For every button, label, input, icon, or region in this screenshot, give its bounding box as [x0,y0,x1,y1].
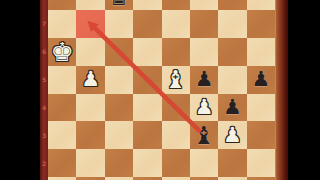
square-h7 [247,10,275,38]
rank-label-7: 7 [40,10,48,38]
square-c5 [105,66,133,94]
highlighted-square-b7 [76,10,104,38]
square-h6 [247,38,275,66]
square-g1 [218,177,246,180]
square-e7 [162,10,190,38]
board-frame-right [275,0,288,180]
square-d5 [133,66,161,94]
square-e1 [162,177,190,180]
square-c6 [105,38,133,66]
square-e3 [162,121,190,149]
square-h8 [247,0,275,10]
square-f2 [190,149,218,177]
white-king-icon: ♚ [51,39,74,65]
square-d4 [133,94,161,122]
square-c4 [105,94,133,122]
square-a5 [48,66,76,94]
square-a7 [48,10,76,38]
white-bishop-icon: ♝ [164,67,186,92]
square-d2 [133,149,161,177]
square-f8 [190,0,218,10]
rank-label-3: 3 [40,122,48,150]
square-a1 [48,177,76,180]
square-g7 [218,10,246,38]
square-d6 [133,38,161,66]
square-g8 [218,0,246,10]
white-pawn-icon: ♟ [195,97,214,118]
square-e2 [162,149,190,177]
square-f7 [190,10,218,38]
square-b8 [76,0,104,10]
square-f1 [190,177,218,180]
square-a6: ♚ [48,38,76,66]
square-f6 [190,38,218,66]
square-g2 [218,149,246,177]
square-h4 [247,94,275,122]
rank-label-6: 6 [40,38,48,66]
square-c3 [105,121,133,149]
square-b3 [76,121,104,149]
square-b6 [76,38,104,66]
square-e5: ♝ [162,66,190,94]
square-h3 [247,121,275,149]
square-g6 [218,38,246,66]
rank-label-5: 5 [40,66,48,94]
video-frame: ♚♚♟♝♟♟♟♟♝♟ 765432 [0,0,320,180]
black-pawn-icon: ♟ [195,69,214,90]
square-b5: ♟ [76,66,104,94]
square-a4 [48,94,76,122]
square-c1 [105,177,133,180]
square-c7 [105,10,133,38]
square-e4 [162,94,190,122]
square-c2 [105,149,133,177]
square-f5: ♟ [190,66,218,94]
square-a3 [48,121,76,149]
square-g4: ♟ [218,94,246,122]
square-e8 [162,0,190,10]
square-b4 [76,94,104,122]
black-bishop-icon: ♝ [193,123,215,148]
square-h5: ♟ [247,66,275,94]
square-h2 [247,149,275,177]
white-pawn-icon: ♟ [223,125,242,146]
square-d1 [133,177,161,180]
square-e6 [162,38,190,66]
square-g5 [218,66,246,94]
black-pawn-icon: ♟ [223,97,242,118]
rank-label-4: 4 [40,94,48,122]
black-king-icon: ♚ [107,0,130,9]
square-d8 [133,0,161,10]
white-pawn-icon: ♟ [81,69,100,90]
square-a8 [48,0,76,10]
square-c8: ♚ [105,0,133,10]
square-f3: ♝ [190,121,218,149]
square-b1 [76,177,104,180]
chess-board: ♚♚♟♝♟♟♟♟♝♟ [48,0,275,180]
square-d7 [133,10,161,38]
square-d3 [133,121,161,149]
square-b2 [76,149,104,177]
black-pawn-icon: ♟ [251,69,270,90]
rank-label-2: 2 [40,149,48,177]
square-f4: ♟ [190,94,218,122]
square-h1 [247,177,275,180]
square-g3: ♟ [218,121,246,149]
square-a2 [48,149,76,177]
